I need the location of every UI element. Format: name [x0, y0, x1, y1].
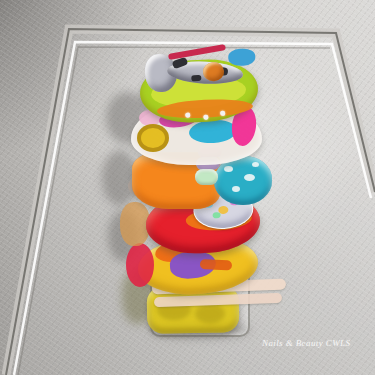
watermark: Nails & Beauty CWLS — [262, 338, 350, 348]
foil-speck — [232, 186, 240, 192]
gel-mottle — [195, 303, 225, 324]
gel-bean-teal — [188, 118, 237, 144]
gel-blob-yellow — [141, 128, 165, 148]
gem-fleck — [212, 212, 220, 218]
foil-speck — [224, 166, 233, 172]
photo-nail-art-display: Nails & Beauty CWLS — [0, 0, 375, 375]
gel-blob-yellow-ring — [137, 124, 169, 152]
gel-squiggle-orange — [200, 259, 232, 271]
foil-speck — [244, 174, 255, 181]
foil-speck — [252, 162, 259, 167]
red-nail-tip-overlap — [126, 243, 154, 287]
pastel-bead-mint — [195, 169, 218, 185]
dark-accent — [191, 75, 201, 82]
pearl-dot — [203, 115, 208, 120]
